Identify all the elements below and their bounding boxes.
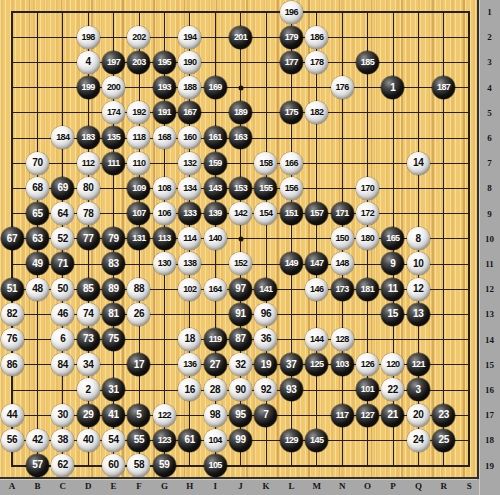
stone-J15[interactable]: 32: [229, 353, 252, 376]
stone-O10[interactable]: 180: [356, 227, 379, 250]
column-label-D: D: [80, 481, 96, 491]
stone-B19[interactable]: 57: [26, 454, 49, 477]
stone-F10[interactable]: 131: [127, 227, 150, 250]
stone-C11[interactable]: 71: [51, 252, 74, 275]
stone-A18[interactable]: 56: [1, 429, 24, 452]
stone-L1[interactable]: 196: [280, 1, 303, 24]
stone-L18[interactable]: 129: [280, 429, 303, 452]
row-label-7: 7: [479, 158, 500, 168]
stone-C18[interactable]: 38: [51, 429, 74, 452]
stone-D12[interactable]: 85: [77, 278, 100, 301]
stone-C8[interactable]: 69: [51, 177, 74, 200]
column-label-G: G: [156, 481, 172, 491]
column-label-J: J: [233, 481, 249, 491]
stone-P10[interactable]: 165: [381, 227, 404, 250]
stone-D13[interactable]: 74: [77, 303, 100, 326]
go-kifu-screenshot: 1234567891011121314151617181920212223242…: [0, 0, 500, 495]
stone-O15[interactable]: 126: [356, 353, 379, 376]
stone-I8[interactable]: 143: [204, 177, 227, 200]
stone-M14[interactable]: 144: [305, 328, 328, 351]
stone-G8[interactable]: 108: [153, 177, 176, 200]
stone-I4[interactable]: 169: [204, 76, 227, 99]
stone-F5[interactable]: 192: [127, 101, 150, 124]
stone-D8[interactable]: 80: [77, 177, 100, 200]
stone-Q17[interactable]: 20: [407, 404, 430, 427]
stone-P16[interactable]: 22: [381, 378, 404, 401]
stone-H16[interactable]: 16: [178, 378, 201, 401]
stone-C12[interactable]: 50: [51, 278, 74, 301]
stone-D10[interactable]: 77: [77, 227, 100, 250]
stone-H8[interactable]: 134: [178, 177, 201, 200]
stone-M5[interactable]: 182: [305, 101, 328, 124]
stone-O12[interactable]: 181: [356, 278, 379, 301]
row-label-8: 8: [479, 183, 500, 193]
stone-I19[interactable]: 105: [204, 454, 227, 477]
stone-G11[interactable]: 130: [153, 252, 176, 275]
stone-K7[interactable]: 158: [254, 152, 277, 175]
stone-M2[interactable]: 186: [305, 26, 328, 49]
stone-Q7[interactable]: 14: [407, 152, 430, 175]
stone-D6[interactable]: 183: [77, 126, 100, 149]
stone-K14[interactable]: 36: [254, 328, 277, 351]
stone-J14[interactable]: 87: [229, 328, 252, 351]
stone-H7[interactable]: 132: [178, 152, 201, 175]
stone-B9[interactable]: 65: [26, 202, 49, 225]
stone-H18[interactable]: 61: [178, 429, 201, 452]
stone-E14[interactable]: 75: [102, 328, 125, 351]
row-coordinates-strip: 12345678910111213141516171819: [479, 0, 500, 495]
stone-I9[interactable]: 139: [204, 202, 227, 225]
stone-H4[interactable]: 188: [178, 76, 201, 99]
stone-Q13[interactable]: 13: [407, 303, 430, 326]
stone-I14[interactable]: 119: [204, 328, 227, 351]
stone-I18[interactable]: 104: [204, 429, 227, 452]
stone-L16[interactable]: 93: [280, 378, 303, 401]
stone-P17[interactable]: 21: [381, 404, 404, 427]
stone-J8[interactable]: 153: [229, 177, 252, 200]
stone-D14[interactable]: 73: [77, 328, 100, 351]
stone-F3[interactable]: 203: [127, 51, 150, 74]
stone-N9[interactable]: 171: [331, 202, 354, 225]
row-label-6: 6: [479, 133, 500, 143]
stone-J16[interactable]: 90: [229, 378, 252, 401]
stone-E6[interactable]: 135: [102, 126, 125, 149]
stone-M3[interactable]: 178: [305, 51, 328, 74]
stone-Q11[interactable]: 10: [407, 252, 430, 275]
stone-H11[interactable]: 138: [178, 252, 201, 275]
stone-H2[interactable]: 194: [178, 26, 201, 49]
stone-H3[interactable]: 190: [178, 51, 201, 74]
stone-J18[interactable]: 99: [229, 429, 252, 452]
stone-L8[interactable]: 156: [280, 177, 303, 200]
stone-Q15[interactable]: 121: [407, 353, 430, 376]
stone-L11[interactable]: 149: [280, 252, 303, 275]
stone-P13[interactable]: 15: [381, 303, 404, 326]
row-label-11: 11: [479, 259, 500, 269]
row-label-9: 9: [479, 209, 500, 219]
stone-O16[interactable]: 101: [356, 378, 379, 401]
row-label-16: 16: [479, 385, 500, 395]
stone-P12[interactable]: 11: [381, 278, 404, 301]
stone-P4[interactable]: 1: [381, 76, 404, 99]
stone-G18[interactable]: 123: [153, 429, 176, 452]
column-label-I: I: [207, 481, 223, 491]
stone-J2[interactable]: 201: [229, 26, 252, 49]
column-label-L: L: [283, 481, 299, 491]
stone-L7[interactable]: 166: [280, 152, 303, 175]
stone-A12[interactable]: 51: [1, 278, 24, 301]
stone-B11[interactable]: 49: [26, 252, 49, 275]
stone-G4[interactable]: 193: [153, 76, 176, 99]
column-label-B: B: [29, 481, 45, 491]
stone-M9[interactable]: 157: [305, 202, 328, 225]
stone-Q18[interactable]: 24: [407, 429, 430, 452]
stone-E16[interactable]: 31: [102, 378, 125, 401]
stone-J11[interactable]: 152: [229, 252, 252, 275]
stone-G5[interactable]: 191: [153, 101, 176, 124]
stone-I17[interactable]: 98: [204, 404, 227, 427]
stone-M18[interactable]: 145: [305, 429, 328, 452]
stone-N17[interactable]: 117: [331, 404, 354, 427]
column-label-A: A: [4, 481, 20, 491]
stone-C6[interactable]: 184: [51, 126, 74, 149]
stone-N10[interactable]: 150: [331, 227, 354, 250]
column-label-K: K: [258, 481, 274, 491]
stone-K15[interactable]: 19: [254, 353, 277, 376]
row-label-1: 1: [479, 7, 500, 17]
stone-B8[interactable]: 68: [26, 177, 49, 200]
stone-R17[interactable]: 23: [432, 404, 455, 427]
stone-R18[interactable]: 25: [432, 429, 455, 452]
stone-D15[interactable]: 34: [77, 353, 100, 376]
stone-E7[interactable]: 111: [102, 152, 125, 175]
stone-I15[interactable]: 27: [204, 353, 227, 376]
row-label-10: 10: [479, 234, 500, 244]
stone-I6[interactable]: 161: [204, 126, 227, 149]
stone-Q10[interactable]: 8: [407, 227, 430, 250]
stone-K9[interactable]: 154: [254, 202, 277, 225]
stone-G19[interactable]: 59: [153, 454, 176, 477]
stone-B12[interactable]: 48: [26, 278, 49, 301]
stone-C15[interactable]: 84: [51, 353, 74, 376]
stone-F8[interactable]: 109: [127, 177, 150, 200]
column-label-M: M: [309, 481, 325, 491]
stone-A17[interactable]: 44: [1, 404, 24, 427]
stone-C9[interactable]: 64: [51, 202, 74, 225]
row-label-2: 2: [479, 32, 500, 42]
stone-H12[interactable]: 102: [178, 278, 201, 301]
stone-Q16[interactable]: 3: [407, 378, 430, 401]
row-label-4: 4: [479, 83, 500, 93]
stone-O9[interactable]: 172: [356, 202, 379, 225]
stone-A10[interactable]: 67: [1, 227, 24, 250]
stone-H6[interactable]: 160: [178, 126, 201, 149]
stone-J17[interactable]: 95: [229, 404, 252, 427]
row-label-19: 19: [479, 461, 500, 471]
stone-I7[interactable]: 159: [204, 152, 227, 175]
column-coordinates-strip: ABCDEFGHIJKLMNOPQRS: [0, 479, 477, 495]
stone-J6[interactable]: 163: [229, 126, 252, 149]
stone-M11[interactable]: 147: [305, 252, 328, 275]
stone-O8[interactable]: 170: [356, 177, 379, 200]
column-label-Q: Q: [410, 481, 426, 491]
column-label-N: N: [334, 481, 350, 491]
stone-K16[interactable]: 92: [254, 378, 277, 401]
stone-F2[interactable]: 202: [127, 26, 150, 49]
stone-B10[interactable]: 63: [26, 227, 49, 250]
stone-I10[interactable]: 140: [204, 227, 227, 250]
stone-F13[interactable]: 26: [127, 303, 150, 326]
stone-O3[interactable]: 185: [356, 51, 379, 74]
stone-G6[interactable]: 168: [153, 126, 176, 149]
stone-O17[interactable]: 127: [356, 404, 379, 427]
stone-F18[interactable]: 55: [127, 429, 150, 452]
stone-M12[interactable]: 146: [305, 278, 328, 301]
stone-A13[interactable]: 82: [1, 303, 24, 326]
stone-F15[interactable]: 17: [127, 353, 150, 376]
column-label-P: P: [385, 481, 401, 491]
stone-D9[interactable]: 78: [77, 202, 100, 225]
stone-H14[interactable]: 18: [178, 328, 201, 351]
stone-F6[interactable]: 118: [127, 126, 150, 149]
row-label-17: 17: [479, 410, 500, 420]
stone-E3[interactable]: 197: [102, 51, 125, 74]
stone-P11[interactable]: 9: [381, 252, 404, 275]
stone-F17[interactable]: 5: [127, 404, 150, 427]
row-label-14: 14: [479, 335, 500, 345]
stone-J13[interactable]: 91: [229, 303, 252, 326]
stone-G9[interactable]: 106: [153, 202, 176, 225]
stone-F19[interactable]: 58: [127, 454, 150, 477]
stone-D4[interactable]: 199: [77, 76, 100, 99]
stone-L9[interactable]: 151: [280, 202, 303, 225]
stone-D2[interactable]: 198: [77, 26, 100, 49]
stone-F7[interactable]: 110: [127, 152, 150, 175]
go-board[interactable]: 1234567891011121314151617181920212223242…: [0, 0, 477, 477]
stone-K13[interactable]: 96: [254, 303, 277, 326]
row-label-5: 5: [479, 108, 500, 118]
row-label-3: 3: [479, 57, 500, 67]
stone-E5[interactable]: 174: [102, 101, 125, 124]
stone-H10[interactable]: 114: [178, 227, 201, 250]
stone-L2[interactable]: 179: [280, 26, 303, 49]
stone-N15[interactable]: 103: [331, 353, 354, 376]
stone-A15[interactable]: 86: [1, 353, 24, 376]
stone-P15[interactable]: 120: [381, 353, 404, 376]
stone-J9[interactable]: 142: [229, 202, 252, 225]
column-label-H: H: [182, 481, 198, 491]
column-label-F: F: [131, 481, 147, 491]
board-grid: 1234567891011121314151617181920212223242…: [0, 0, 482, 478]
stone-E10[interactable]: 79: [102, 227, 125, 250]
stone-E11[interactable]: 83: [102, 252, 125, 275]
stone-H9[interactable]: 133: [178, 202, 201, 225]
stone-G17[interactable]: 122: [153, 404, 176, 427]
stone-N14[interactable]: 128: [331, 328, 354, 351]
column-label-E: E: [106, 481, 122, 491]
stone-K8[interactable]: 155: [254, 177, 277, 200]
column-label-S: S: [461, 481, 477, 491]
column-label-O: O: [360, 481, 376, 491]
stone-G3[interactable]: 195: [153, 51, 176, 74]
stone-K17[interactable]: 7: [254, 404, 277, 427]
stone-Q12[interactable]: 12: [407, 278, 430, 301]
stone-R4[interactable]: 187: [432, 76, 455, 99]
stone-E18[interactable]: 54: [102, 429, 125, 452]
stone-N4[interactable]: 176: [331, 76, 354, 99]
stone-K12[interactable]: 141: [254, 278, 277, 301]
stone-D16[interactable]: 2: [77, 378, 100, 401]
stone-L5[interactable]: 175: [280, 101, 303, 124]
stone-B7[interactable]: 70: [26, 152, 49, 175]
stone-F12[interactable]: 88: [127, 278, 150, 301]
stone-D3[interactable]: 4: [77, 51, 100, 74]
stone-A14[interactable]: 76: [1, 328, 24, 351]
stone-F9[interactable]: 107: [127, 202, 150, 225]
stone-E19[interactable]: 60: [102, 454, 125, 477]
stone-H5[interactable]: 167: [178, 101, 201, 124]
stone-E17[interactable]: 41: [102, 404, 125, 427]
stone-C19[interactable]: 62: [51, 454, 74, 477]
stone-E13[interactable]: 81: [102, 303, 125, 326]
stone-N12[interactable]: 173: [331, 278, 354, 301]
stone-D18[interactable]: 40: [77, 429, 100, 452]
stone-D7[interactable]: 112: [77, 152, 100, 175]
stone-J5[interactable]: 189: [229, 101, 252, 124]
stone-C13[interactable]: 46: [51, 303, 74, 326]
column-label-R: R: [436, 481, 452, 491]
stone-L15[interactable]: 37: [280, 353, 303, 376]
stone-E4[interactable]: 200: [102, 76, 125, 99]
column-label-C: C: [55, 481, 71, 491]
stone-I16[interactable]: 28: [204, 378, 227, 401]
stone-M15[interactable]: 125: [305, 353, 328, 376]
stone-B18[interactable]: 42: [26, 429, 49, 452]
stone-C17[interactable]: 30: [51, 404, 74, 427]
stone-N11[interactable]: 148: [331, 252, 354, 275]
stone-E12[interactable]: 89: [102, 278, 125, 301]
stone-H15[interactable]: 136: [178, 353, 201, 376]
stone-J12[interactable]: 97: [229, 278, 252, 301]
stone-I12[interactable]: 164: [204, 278, 227, 301]
stone-G10[interactable]: 113: [153, 227, 176, 250]
row-label-13: 13: [479, 309, 500, 319]
row-label-18: 18: [479, 435, 500, 445]
row-label-15: 15: [479, 360, 500, 370]
stone-C14[interactable]: 6: [51, 328, 74, 351]
stone-C10[interactable]: 52: [51, 227, 74, 250]
stone-D17[interactable]: 29: [77, 404, 100, 427]
stone-L3[interactable]: 177: [280, 51, 303, 74]
row-label-12: 12: [479, 284, 500, 294]
